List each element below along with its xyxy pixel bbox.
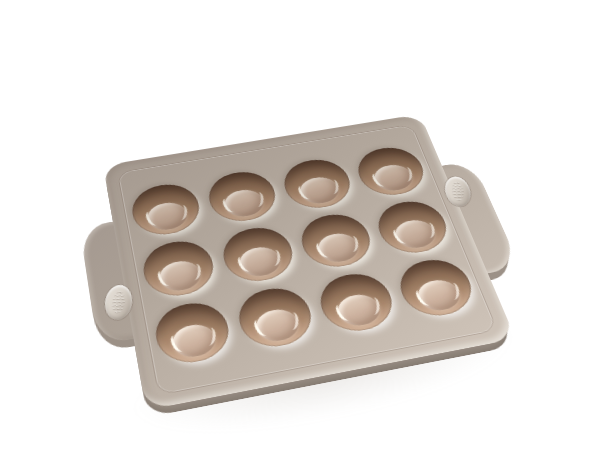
muffin-cup: [314, 269, 400, 336]
cup-floor: [157, 258, 203, 293]
muffin-cup: [204, 168, 281, 226]
muffin-cup: [278, 155, 356, 212]
cup-glint-right: [367, 297, 380, 315]
cup-glint-right: [446, 283, 460, 300]
cup-glint-left: [251, 317, 272, 338]
muffin-cup: [139, 237, 218, 301]
muffin-cup: [392, 255, 480, 321]
muffin-cup: [151, 298, 234, 368]
cup-floor: [237, 244, 284, 278]
muffin-cup: [128, 180, 204, 239]
cup-glint-right: [401, 167, 413, 182]
cup-glint-right: [188, 264, 202, 281]
muffin-cup: [218, 223, 299, 286]
cup-floor: [414, 277, 465, 313]
cup-glint-left: [168, 333, 189, 354]
cup-glint-right: [422, 222, 435, 238]
cup-glint-right: [202, 327, 216, 345]
cup-glint-left: [333, 302, 354, 322]
cup-glint-right: [286, 312, 299, 330]
cup-floor: [253, 307, 302, 345]
cup-floor: [334, 292, 384, 329]
cup-glint-right: [346, 236, 358, 252]
muffin-cup: [295, 210, 377, 272]
cup-glint-left: [155, 268, 175, 287]
muffin-cup: [233, 283, 318, 352]
cup-glint-right: [268, 250, 281, 266]
product-photo-scene: [0, 0, 600, 450]
cup-glint-right: [327, 179, 339, 194]
cup-glint-left: [235, 254, 255, 273]
cup-glint-left: [413, 288, 435, 308]
cup-floor: [170, 322, 219, 360]
